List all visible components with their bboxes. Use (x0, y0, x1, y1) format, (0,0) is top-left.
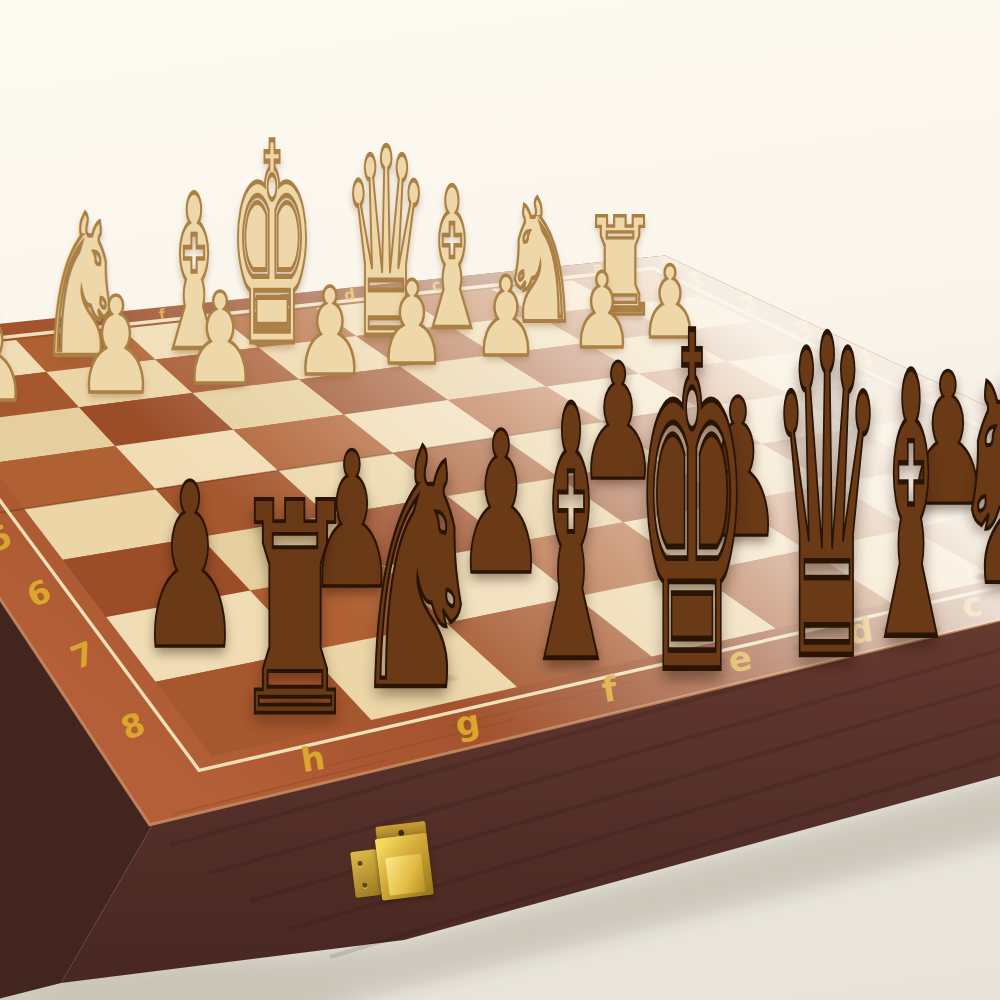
brass-clasp (345, 814, 459, 914)
product-photo-scene: hh88gg77ff66ee55dd44cc33bb22aa11 ♜♞♝♛♟♚♟… (0, 0, 1000, 1000)
clasp-tab (385, 854, 425, 896)
chess-board: hh88gg77ff66ee55dd44cc33bb22aa11 (0, 0, 1000, 1000)
